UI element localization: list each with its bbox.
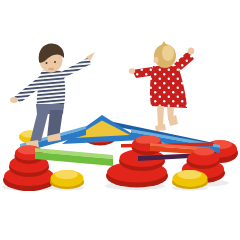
balance-playset-photo [0, 0, 240, 240]
dome-cap [194, 148, 215, 156]
boy-eye [46, 62, 48, 64]
dome-cap [178, 170, 202, 179]
girl-hair-highlight [162, 45, 174, 61]
girl-left-leg [157, 106, 164, 127]
boy-left-hand [10, 97, 18, 103]
boy-eye [54, 61, 56, 63]
dome-cap [55, 170, 78, 179]
yellow-dome-front-right [172, 170, 208, 189]
boy-mouth-shade [48, 68, 54, 70]
dome-cap [136, 136, 161, 145]
girl-left-hand [129, 68, 135, 74]
yellow-dome-front-left [50, 170, 84, 189]
girl-cheek [154, 57, 159, 63]
girl-right-hand [188, 47, 194, 54]
boy-torso-striped-shirt [37, 68, 66, 110]
